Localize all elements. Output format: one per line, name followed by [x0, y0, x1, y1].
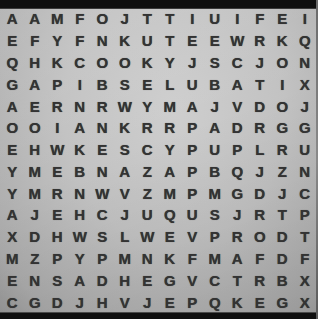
grid-cell[interactable]: J: [69, 291, 92, 313]
grid-cell[interactable]: W: [91, 182, 114, 204]
grid-cell[interactable]: P: [181, 117, 204, 139]
grid-cell[interactable]: A: [1, 95, 24, 117]
grid-cell[interactable]: Z: [271, 161, 294, 183]
grid-cell[interactable]: E: [24, 95, 47, 117]
grid-cell[interactable]: Y: [1, 161, 24, 183]
grid-cell[interactable]: D: [226, 117, 249, 139]
grid-cell[interactable]: Y: [159, 139, 182, 161]
grid-cell[interactable]: K: [226, 291, 249, 313]
grid-cell[interactable]: U: [181, 204, 204, 226]
grid-cell[interactable]: I: [226, 8, 249, 30]
grid-cell[interactable]: B: [271, 269, 294, 291]
grid-cell[interactable]: L: [114, 226, 137, 248]
grid-cell[interactable]: R: [249, 269, 272, 291]
grid-cell[interactable]: C: [69, 52, 92, 74]
grid-cell[interactable]: E: [1, 139, 24, 161]
grid-cell[interactable]: P: [181, 291, 204, 313]
grid-cell[interactable]: A: [204, 117, 227, 139]
grid-cell[interactable]: R: [249, 30, 272, 52]
grid-cell[interactable]: E: [136, 269, 159, 291]
grid-cell[interactable]: R: [249, 204, 272, 226]
grid-cell[interactable]: C: [226, 52, 249, 74]
grid-cell[interactable]: J: [181, 52, 204, 74]
grid-cell[interactable]: O: [24, 117, 47, 139]
grid-cell[interactable]: A: [1, 8, 24, 30]
grid-cell[interactable]: A: [226, 73, 249, 95]
grid-cell[interactable]: J: [226, 204, 249, 226]
grid-cell[interactable]: F: [69, 8, 92, 30]
grid-cell[interactable]: E: [136, 73, 159, 95]
grid-cell[interactable]: T: [249, 73, 272, 95]
grid-cell[interactable]: G: [159, 269, 182, 291]
grid-cell[interactable]: Q: [159, 204, 182, 226]
grid-cell[interactable]: T: [226, 269, 249, 291]
grid-cell[interactable]: B: [69, 161, 92, 183]
grid-cell[interactable]: M: [204, 248, 227, 270]
grid-cell[interactable]: N: [91, 117, 114, 139]
grid-cell[interactable]: H: [46, 226, 69, 248]
grid-cell[interactable]: N: [24, 269, 47, 291]
grid-cell[interactable]: M: [159, 95, 182, 117]
grid-cell[interactable]: J: [271, 182, 294, 204]
grid-cell[interactable]: F: [24, 30, 47, 52]
grid-cell[interactable]: J: [114, 8, 137, 30]
grid-cell[interactable]: R: [271, 139, 294, 161]
grid-cell[interactable]: E: [1, 30, 24, 52]
grid-cell[interactable]: D: [91, 269, 114, 291]
grid-cell[interactable]: K: [136, 52, 159, 74]
grid-cell[interactable]: U: [294, 139, 317, 161]
grid-cell[interactable]: H: [91, 291, 114, 313]
grid-cell[interactable]: B: [204, 161, 227, 183]
grid-cell[interactable]: Z: [24, 248, 47, 270]
grid-cell[interactable]: S: [114, 73, 137, 95]
grid-cell[interactable]: C: [136, 139, 159, 161]
grid-cell[interactable]: N: [136, 248, 159, 270]
grid-cell[interactable]: S: [46, 269, 69, 291]
grid-cell[interactable]: O: [91, 52, 114, 74]
grid-cell[interactable]: C: [294, 182, 317, 204]
grid-cell[interactable]: J: [294, 95, 317, 117]
grid-cell[interactable]: K: [69, 139, 92, 161]
grid-cell[interactable]: C: [204, 269, 227, 291]
grid-cell[interactable]: Y: [46, 30, 69, 52]
grid-cell[interactable]: P: [46, 73, 69, 95]
grid-cell[interactable]: A: [226, 248, 249, 270]
grid-cell[interactable]: H: [24, 139, 47, 161]
grid-cell[interactable]: Q: [226, 161, 249, 183]
grid-cell[interactable]: H: [24, 52, 47, 74]
grid-cell[interactable]: S: [91, 226, 114, 248]
grid-cell[interactable]: A: [1, 204, 24, 226]
grid-cell[interactable]: Q: [1, 52, 24, 74]
grid-cell[interactable]: J: [136, 291, 159, 313]
grid-cell[interactable]: M: [46, 8, 69, 30]
grid-cell[interactable]: P: [226, 139, 249, 161]
grid-cell[interactable]: Y: [69, 248, 92, 270]
grid-cell[interactable]: E: [204, 30, 227, 52]
grid-cell[interactable]: T: [136, 8, 159, 30]
grid-cell[interactable]: D: [249, 182, 272, 204]
grid-cell[interactable]: T: [159, 8, 182, 30]
grid-cell[interactable]: P: [294, 204, 317, 226]
grid-cell[interactable]: W: [69, 226, 92, 248]
grid-cell[interactable]: J: [114, 204, 137, 226]
grid-cell[interactable]: R: [136, 117, 159, 139]
grid-cell[interactable]: B: [204, 73, 227, 95]
grid-cell[interactable]: F: [249, 248, 272, 270]
grid-cell[interactable]: N: [91, 30, 114, 52]
grid-cell[interactable]: G: [271, 117, 294, 139]
grid-cell[interactable]: E: [271, 8, 294, 30]
grid-cell[interactable]: F: [69, 30, 92, 52]
grid-cell[interactable]: L: [159, 73, 182, 95]
grid-cell[interactable]: T: [294, 226, 317, 248]
grid-cell[interactable]: G: [1, 73, 24, 95]
grid-cell[interactable]: U: [204, 139, 227, 161]
grid-cell[interactable]: V: [114, 291, 137, 313]
grid-cell[interactable]: D: [249, 95, 272, 117]
grid-cell[interactable]: E: [249, 291, 272, 313]
grid-cell[interactable]: E: [46, 161, 69, 183]
grid-cell[interactable]: R: [46, 95, 69, 117]
grid-cell[interactable]: G: [24, 291, 47, 313]
grid-cell[interactable]: P: [181, 161, 204, 183]
grid-cell[interactable]: J: [249, 161, 272, 183]
grid-cell[interactable]: S: [204, 52, 227, 74]
grid-cell[interactable]: N: [294, 52, 317, 74]
word-search-grid: AAMFOJTTIUIFEIEFYFNKUTEEWRKQQHKCOOKYJSCJ…: [1, 8, 316, 313]
grid-cell[interactable]: C: [91, 204, 114, 226]
grid-cell[interactable]: G: [294, 117, 317, 139]
grid-cell[interactable]: Y: [159, 52, 182, 74]
grid-cell[interactable]: D: [46, 291, 69, 313]
grid-cell[interactable]: F: [294, 248, 317, 270]
grid-cell[interactable]: V: [181, 269, 204, 291]
grid-cell[interactable]: A: [24, 8, 47, 30]
grid-cell[interactable]: G: [226, 182, 249, 204]
grid-cell[interactable]: E: [159, 291, 182, 313]
grid-cell[interactable]: X: [294, 291, 317, 313]
grid-cell[interactable]: U: [136, 30, 159, 52]
grid-cell[interactable]: A: [181, 95, 204, 117]
grid-cell[interactable]: N: [91, 161, 114, 183]
grid-cell[interactable]: V: [114, 182, 137, 204]
grid-cell[interactable]: G: [271, 291, 294, 313]
grid-cell[interactable]: O: [114, 52, 137, 74]
grid-cell[interactable]: R: [159, 117, 182, 139]
grid-cell[interactable]: A: [159, 161, 182, 183]
grid-cell[interactable]: U: [204, 8, 227, 30]
grid-cell[interactable]: U: [181, 73, 204, 95]
grid-cell[interactable]: K: [114, 117, 137, 139]
grid-cell[interactable]: Y: [136, 95, 159, 117]
grid-cell[interactable]: A: [24, 73, 47, 95]
grid-cell[interactable]: Q: [204, 291, 227, 313]
grid-cell[interactable]: D: [271, 248, 294, 270]
grid-cell[interactable]: E: [181, 30, 204, 52]
word-search-puzzle-photo: AAMFOJTTIUIFEIEFYFNKUTEEWRKQQHKCOOKYJSCJ…: [0, 0, 318, 319]
grid-cell[interactable]: M: [24, 182, 47, 204]
grid-cell[interactable]: O: [91, 8, 114, 30]
grid-cell[interactable]: M: [159, 182, 182, 204]
grid-cell[interactable]: N: [69, 95, 92, 117]
grid-cell[interactable]: K: [159, 248, 182, 270]
grid-cell[interactable]: I: [271, 73, 294, 95]
grid-cell[interactable]: W: [136, 226, 159, 248]
grid-cell[interactable]: J: [249, 52, 272, 74]
grid-cell[interactable]: I: [181, 8, 204, 30]
grid-cell[interactable]: R: [46, 182, 69, 204]
grid-cell[interactable]: C: [1, 291, 24, 313]
grid-cell[interactable]: Z: [136, 161, 159, 183]
grid-cell[interactable]: A: [69, 117, 92, 139]
grid-cell[interactable]: M: [204, 182, 227, 204]
grid-cell[interactable]: R: [249, 117, 272, 139]
grid-cell[interactable]: P: [46, 248, 69, 270]
grid-cell[interactable]: E: [91, 139, 114, 161]
grid-cell[interactable]: V: [226, 95, 249, 117]
grid-cell[interactable]: P: [181, 182, 204, 204]
grid-cell[interactable]: K: [271, 30, 294, 52]
grid-cell[interactable]: X: [294, 269, 317, 291]
grid-cell[interactable]: I: [69, 73, 92, 95]
grid-cell[interactable]: T: [271, 204, 294, 226]
grid-cell[interactable]: T: [159, 30, 182, 52]
grid-cell[interactable]: K: [46, 52, 69, 74]
grid-cell[interactable]: W: [226, 30, 249, 52]
grid-cell[interactable]: M: [114, 248, 137, 270]
grid-cell[interactable]: J: [24, 204, 47, 226]
photo-right-edge: [316, 0, 318, 319]
grid-cell[interactable]: B: [91, 73, 114, 95]
grid-cell[interactable]: H: [114, 269, 137, 291]
grid-cell[interactable]: D: [271, 226, 294, 248]
grid-cell[interactable]: D: [24, 226, 47, 248]
grid-cell[interactable]: R: [226, 226, 249, 248]
grid-cell[interactable]: P: [181, 139, 204, 161]
grid-cell[interactable]: F: [249, 8, 272, 30]
grid-cell[interactable]: O: [271, 95, 294, 117]
grid-cell[interactable]: S: [114, 139, 137, 161]
grid-cell[interactable]: Z: [136, 182, 159, 204]
grid-cell[interactable]: Q: [294, 30, 317, 52]
grid-cell[interactable]: M: [24, 161, 47, 183]
grid-cell[interactable]: W: [46, 139, 69, 161]
photo-bottom-border: [0, 312, 318, 319]
grid-cell[interactable]: R: [91, 95, 114, 117]
grid-cell[interactable]: L: [249, 139, 272, 161]
grid-cell[interactable]: O: [249, 226, 272, 248]
grid-cell[interactable]: P: [204, 226, 227, 248]
grid-cell[interactable]: N: [294, 161, 317, 183]
grid-cell[interactable]: V: [181, 226, 204, 248]
grid-cell[interactable]: A: [114, 161, 137, 183]
grid-cell[interactable]: W: [114, 95, 137, 117]
grid-cell[interactable]: K: [114, 30, 137, 52]
grid-cell[interactable]: S: [204, 204, 227, 226]
grid-cell[interactable]: I: [46, 117, 69, 139]
grid-cell[interactable]: E: [159, 226, 182, 248]
grid-cell[interactable]: U: [136, 204, 159, 226]
grid-cell[interactable]: J: [204, 95, 227, 117]
grid-cell[interactable]: O: [1, 117, 24, 139]
grid-cell[interactable]: Y: [1, 182, 24, 204]
grid-cell[interactable]: E: [46, 204, 69, 226]
grid-cell[interactable]: E: [1, 269, 24, 291]
grid-cell[interactable]: O: [271, 52, 294, 74]
grid-cell[interactable]: H: [69, 204, 92, 226]
grid-cell[interactable]: X: [294, 73, 317, 95]
grid-cell[interactable]: A: [69, 269, 92, 291]
grid-cell[interactable]: X: [1, 226, 24, 248]
grid-cell[interactable]: M: [1, 248, 24, 270]
grid-cell[interactable]: F: [181, 248, 204, 270]
grid-cell[interactable]: N: [69, 182, 92, 204]
grid-cell[interactable]: I: [294, 8, 317, 30]
grid-cell[interactable]: P: [91, 248, 114, 270]
